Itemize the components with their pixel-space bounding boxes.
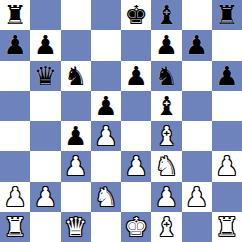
square-d2[interactable]: ♞ xyxy=(91,182,121,212)
white-pawn-f2[interactable]: ♟ xyxy=(155,184,178,210)
square-b6[interactable]: ♛ xyxy=(30,61,60,91)
square-c4[interactable]: ♟ xyxy=(61,121,91,151)
square-g6[interactable] xyxy=(182,61,212,91)
square-d3[interactable] xyxy=(91,151,121,181)
square-h7[interactable] xyxy=(212,30,242,60)
square-d5[interactable]: ♟ xyxy=(91,91,121,121)
square-h2[interactable] xyxy=(212,182,242,212)
square-e7[interactable] xyxy=(121,30,151,60)
square-b1[interactable] xyxy=(30,212,60,242)
black-rook-h8[interactable]: ♜ xyxy=(215,2,238,28)
black-pawn-b7[interactable]: ♟ xyxy=(34,32,57,58)
square-a5[interactable] xyxy=(0,91,30,121)
square-g4[interactable] xyxy=(182,121,212,151)
square-e2[interactable] xyxy=(121,182,151,212)
white-knight-d2[interactable]: ♞ xyxy=(94,184,117,210)
white-pawn-h3[interactable]: ♟ xyxy=(215,153,238,179)
square-e1[interactable]: ♚ xyxy=(121,212,151,242)
square-d8[interactable] xyxy=(91,0,121,30)
white-king-e1[interactable]: ♚ xyxy=(124,214,147,240)
square-a2[interactable]: ♟ xyxy=(0,182,30,212)
square-d6[interactable] xyxy=(91,61,121,91)
square-g2[interactable]: ♟ xyxy=(182,182,212,212)
square-g7[interactable]: ♟ xyxy=(182,30,212,60)
square-a8[interactable]: ♜ xyxy=(0,0,30,30)
white-pawn-c3[interactable]: ♟ xyxy=(64,153,87,179)
square-f2[interactable]: ♟ xyxy=(151,182,181,212)
black-knight-c6[interactable]: ♞ xyxy=(64,63,87,89)
square-h4[interactable] xyxy=(212,121,242,151)
square-f3[interactable]: ♞ xyxy=(151,151,181,181)
square-g5[interactable] xyxy=(182,91,212,121)
square-b2[interactable]: ♟ xyxy=(30,182,60,212)
white-queen-c1[interactable]: ♛ xyxy=(64,214,87,240)
white-pawn-a2[interactable]: ♟ xyxy=(3,184,26,210)
square-b8[interactable] xyxy=(30,0,60,30)
black-pawn-a7[interactable]: ♟ xyxy=(3,32,26,58)
black-pawn-h6[interactable]: ♟ xyxy=(215,63,238,89)
square-b4[interactable] xyxy=(30,121,60,151)
square-a4[interactable] xyxy=(0,121,30,151)
black-king-e8[interactable]: ♚ xyxy=(124,2,147,28)
chess-board: ♜♚♝♜♟♟♟♟♛♞♟♞♟♟♝♟♟♝♟♟♞♟♟♟♞♟♟♜♛♚♝♜ xyxy=(0,0,242,242)
black-queen-b6[interactable]: ♛ xyxy=(34,63,57,89)
square-a3[interactable] xyxy=(0,151,30,181)
black-bishop-f5[interactable]: ♝ xyxy=(155,93,178,119)
square-g1[interactable] xyxy=(182,212,212,242)
white-rook-h1[interactable]: ♜ xyxy=(215,214,238,240)
square-b3[interactable] xyxy=(30,151,60,181)
white-pawn-b2[interactable]: ♟ xyxy=(34,184,57,210)
square-d7[interactable] xyxy=(91,30,121,60)
black-pawn-f7[interactable]: ♟ xyxy=(155,32,178,58)
square-a7[interactable]: ♟ xyxy=(0,30,30,60)
square-f6[interactable]: ♞ xyxy=(151,61,181,91)
square-e3[interactable]: ♟ xyxy=(121,151,151,181)
square-e4[interactable] xyxy=(121,121,151,151)
white-pawn-g2[interactable]: ♟ xyxy=(185,184,208,210)
black-pawn-g7[interactable]: ♟ xyxy=(185,32,208,58)
square-h5[interactable] xyxy=(212,91,242,121)
black-pawn-d5[interactable]: ♟ xyxy=(94,93,117,119)
square-c6[interactable]: ♞ xyxy=(61,61,91,91)
square-f8[interactable]: ♝ xyxy=(151,0,181,30)
square-a1[interactable]: ♜ xyxy=(0,212,30,242)
square-h3[interactable]: ♟ xyxy=(212,151,242,181)
square-f5[interactable]: ♝ xyxy=(151,91,181,121)
square-h8[interactable]: ♜ xyxy=(212,0,242,30)
black-knight-f6[interactable]: ♞ xyxy=(155,63,178,89)
square-c3[interactable]: ♟ xyxy=(61,151,91,181)
black-pawn-c4[interactable]: ♟ xyxy=(64,123,87,149)
black-rook-a8[interactable]: ♜ xyxy=(3,2,26,28)
white-bishop-f1[interactable]: ♝ xyxy=(155,214,178,240)
square-g8[interactable] xyxy=(182,0,212,30)
black-bishop-f8[interactable]: ♝ xyxy=(155,2,178,28)
white-pawn-d4[interactable]: ♟ xyxy=(94,123,117,149)
square-c1[interactable]: ♛ xyxy=(61,212,91,242)
white-knight-f3[interactable]: ♞ xyxy=(155,153,178,179)
square-f4[interactable]: ♝ xyxy=(151,121,181,151)
square-d1[interactable] xyxy=(91,212,121,242)
square-g3[interactable] xyxy=(182,151,212,181)
square-c8[interactable] xyxy=(61,0,91,30)
square-f7[interactable]: ♟ xyxy=(151,30,181,60)
square-h1[interactable]: ♜ xyxy=(212,212,242,242)
square-c5[interactable] xyxy=(61,91,91,121)
square-a6[interactable] xyxy=(0,61,30,91)
white-pawn-e3[interactable]: ♟ xyxy=(124,153,147,179)
square-c7[interactable] xyxy=(61,30,91,60)
square-c2[interactable] xyxy=(61,182,91,212)
square-h6[interactable]: ♟ xyxy=(212,61,242,91)
white-rook-a1[interactable]: ♜ xyxy=(3,214,26,240)
black-pawn-e6[interactable]: ♟ xyxy=(124,63,147,89)
square-e5[interactable] xyxy=(121,91,151,121)
square-e8[interactable]: ♚ xyxy=(121,0,151,30)
white-bishop-f4[interactable]: ♝ xyxy=(155,123,178,149)
square-e6[interactable]: ♟ xyxy=(121,61,151,91)
square-b5[interactable] xyxy=(30,91,60,121)
square-f1[interactable]: ♝ xyxy=(151,212,181,242)
square-b7[interactable]: ♟ xyxy=(30,30,60,60)
square-d4[interactable]: ♟ xyxy=(91,121,121,151)
